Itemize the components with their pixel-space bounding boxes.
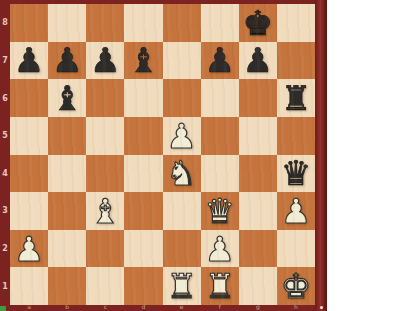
white-queen-f3[interactable]: ♛ (204, 194, 234, 228)
square-b1[interactable] (48, 267, 86, 305)
square-d8[interactable] (124, 4, 162, 42)
white-king-h1[interactable]: ♚ (281, 269, 311, 303)
square-f3[interactable]: ♛ (201, 192, 239, 230)
square-e7[interactable] (163, 42, 201, 80)
black-bishop-b6[interactable]: ♝ (52, 81, 82, 115)
square-d6[interactable] (124, 79, 162, 117)
square-e8[interactable] (163, 4, 201, 42)
square-c2[interactable] (86, 230, 124, 268)
square-c7[interactable]: ♟ (86, 42, 124, 80)
square-c4[interactable] (86, 155, 124, 193)
square-c3[interactable]: ♝ (86, 192, 124, 230)
white-pawn-h3[interactable]: ♟ (281, 194, 311, 228)
square-b4[interactable] (48, 155, 86, 193)
square-d1[interactable] (124, 267, 162, 305)
square-a7[interactable]: ♟ (10, 42, 48, 80)
white-rook-e1[interactable]: ♜ (166, 269, 196, 303)
square-g7[interactable]: ♟ (239, 42, 277, 80)
square-f4[interactable] (201, 155, 239, 193)
file-label-d: d (124, 304, 162, 311)
square-h5[interactable] (277, 117, 315, 155)
square-g8[interactable]: ♚ (239, 4, 277, 42)
square-b8[interactable] (48, 4, 86, 42)
square-g6[interactable] (239, 79, 277, 117)
rank-label-3: 3 (0, 192, 10, 230)
square-g3[interactable] (239, 192, 277, 230)
chess-board: ♚♟♟♟♝♟♟♝♜♟♞♛♝♛♟♟♟♜♜♚ 87654321 abcdefgh (0, 0, 327, 311)
square-e5[interactable]: ♟ (163, 117, 201, 155)
square-h1[interactable]: ♚ (277, 267, 315, 305)
square-g1[interactable] (239, 267, 277, 305)
square-d5[interactable] (124, 117, 162, 155)
bottom-right-dot (320, 306, 323, 309)
square-e6[interactable] (163, 79, 201, 117)
file-label-e: e (163, 304, 201, 311)
square-c5[interactable] (86, 117, 124, 155)
square-h3[interactable]: ♟ (277, 192, 315, 230)
square-e3[interactable] (163, 192, 201, 230)
square-a4[interactable] (10, 155, 48, 193)
file-label-c: c (86, 304, 124, 311)
black-pawn-f7[interactable]: ♟ (204, 43, 234, 77)
file-label-b: b (48, 304, 86, 311)
file-coordinates: abcdefgh (10, 304, 315, 311)
square-f6[interactable] (201, 79, 239, 117)
square-g2[interactable] (239, 230, 277, 268)
board-squares: ♚♟♟♟♝♟♟♝♜♟♞♛♝♛♟♟♟♜♜♚ (10, 4, 315, 305)
square-d7[interactable]: ♝ (124, 42, 162, 80)
black-pawn-a7[interactable]: ♟ (14, 43, 44, 77)
rank-label-1: 1 (0, 267, 10, 305)
square-f8[interactable] (201, 4, 239, 42)
white-knight-e4[interactable]: ♞ (166, 156, 196, 190)
rank-label-2: 2 (0, 230, 10, 268)
square-a1[interactable] (10, 267, 48, 305)
square-c1[interactable] (86, 267, 124, 305)
square-a2[interactable]: ♟ (10, 230, 48, 268)
black-pawn-c7[interactable]: ♟ (90, 43, 120, 77)
square-f5[interactable] (201, 117, 239, 155)
square-c8[interactable] (86, 4, 124, 42)
square-b2[interactable] (48, 230, 86, 268)
square-h6[interactable]: ♜ (277, 79, 315, 117)
square-b6[interactable]: ♝ (48, 79, 86, 117)
square-f2[interactable]: ♟ (201, 230, 239, 268)
file-label-g: g (239, 304, 277, 311)
square-a3[interactable] (10, 192, 48, 230)
square-a6[interactable] (10, 79, 48, 117)
white-pawn-e5[interactable]: ♟ (166, 119, 196, 153)
square-d2[interactable] (124, 230, 162, 268)
black-rook-h6[interactable]: ♜ (281, 81, 311, 115)
rank-label-5: 5 (0, 117, 10, 155)
square-b7[interactable]: ♟ (48, 42, 86, 80)
square-h7[interactable] (277, 42, 315, 80)
white-pawn-a2[interactable]: ♟ (14, 232, 44, 266)
file-label-h: h (277, 304, 315, 311)
white-bishop-c3[interactable]: ♝ (90, 194, 120, 228)
square-g5[interactable] (239, 117, 277, 155)
white-pawn-f2[interactable]: ♟ (204, 232, 234, 266)
square-f1[interactable]: ♜ (201, 267, 239, 305)
square-d4[interactable] (124, 155, 162, 193)
square-b5[interactable] (48, 117, 86, 155)
square-e2[interactable] (163, 230, 201, 268)
square-a8[interactable] (10, 4, 48, 42)
square-f7[interactable]: ♟ (201, 42, 239, 80)
square-h8[interactable] (277, 4, 315, 42)
black-pawn-b7[interactable]: ♟ (52, 43, 82, 77)
square-h2[interactable] (277, 230, 315, 268)
square-c6[interactable] (86, 79, 124, 117)
rank-label-7: 7 (0, 42, 10, 80)
rank-label-8: 8 (0, 4, 10, 42)
square-b3[interactable] (48, 192, 86, 230)
page: ♚♟♟♟♝♟♟♝♜♟♞♛♝♛♟♟♟♜♜♚ 87654321 abcdefgh (0, 0, 414, 311)
square-h4[interactable]: ♛ (277, 155, 315, 193)
rank-coordinates: 87654321 (0, 4, 10, 305)
square-e1[interactable]: ♜ (163, 267, 201, 305)
black-pawn-g7[interactable]: ♟ (243, 43, 273, 77)
bottom-left-green-fragment (0, 306, 6, 311)
square-g4[interactable] (239, 155, 277, 193)
file-label-a: a (10, 304, 48, 311)
square-d3[interactable] (124, 192, 162, 230)
file-label-f: f (201, 304, 239, 311)
rank-label-4: 4 (0, 155, 10, 193)
black-queen-h4[interactable]: ♛ (281, 156, 311, 190)
black-king-g8[interactable]: ♚ (243, 6, 273, 40)
square-a5[interactable] (10, 117, 48, 155)
black-bishop-d7[interactable]: ♝ (128, 43, 158, 77)
square-e4[interactable]: ♞ (163, 155, 201, 193)
rank-label-6: 6 (0, 79, 10, 117)
white-rook-f1[interactable]: ♜ (204, 269, 234, 303)
